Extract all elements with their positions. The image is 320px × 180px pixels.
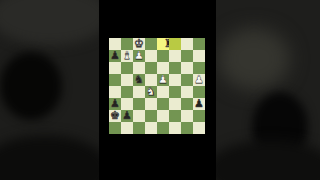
square-b6[interactable] (121, 62, 133, 74)
square-g8[interactable] (181, 38, 193, 50)
right-blur-bar (216, 0, 320, 180)
square-a5[interactable] (109, 74, 121, 86)
square-c3[interactable] (133, 98, 145, 110)
square-f6[interactable] (169, 62, 181, 74)
square-h5[interactable]: ♟ (193, 74, 205, 86)
square-e4[interactable] (157, 86, 169, 98)
square-e8[interactable]: ♜ (157, 38, 169, 50)
piece-black-pawn[interactable]: ♟ (193, 98, 205, 110)
square-e2[interactable] (157, 110, 169, 122)
piece-white-knight[interactable]: ♞ (145, 86, 157, 98)
piece-white-bishop[interactable]: ♝ (121, 50, 133, 62)
square-f5[interactable] (169, 74, 181, 86)
square-d3[interactable] (145, 98, 157, 110)
chess-board[interactable]: ♚♜♟♝♟♞♟♟♞♟♟♚♟ (109, 38, 205, 134)
blur-highlight (218, 28, 290, 90)
square-a7[interactable]: ♟ (109, 50, 121, 62)
blur-shadow (0, 135, 99, 180)
square-g5[interactable] (181, 74, 193, 86)
square-b7[interactable]: ♝ (121, 50, 133, 62)
piece-white-pawn[interactable]: ♟ (193, 74, 205, 86)
square-g3[interactable] (181, 98, 193, 110)
square-c7[interactable]: ♟ (133, 50, 145, 62)
square-b2[interactable]: ♟ (121, 110, 133, 122)
square-d7[interactable] (145, 50, 157, 62)
square-d4[interactable]: ♞ (145, 86, 157, 98)
square-h8[interactable] (193, 38, 205, 50)
square-g1[interactable] (181, 122, 193, 134)
square-h1[interactable] (193, 122, 205, 134)
piece-white-pawn[interactable]: ♟ (133, 50, 145, 62)
square-f2[interactable] (169, 110, 181, 122)
square-b5[interactable] (121, 74, 133, 86)
square-d1[interactable] (145, 122, 157, 134)
square-d6[interactable] (145, 62, 157, 74)
square-h7[interactable] (193, 50, 205, 62)
square-e3[interactable] (157, 98, 169, 110)
square-a2[interactable]: ♚ (109, 110, 121, 122)
left-blur-bar (0, 0, 99, 180)
square-f7[interactable] (169, 50, 181, 62)
square-f4[interactable] (169, 86, 181, 98)
blurred-knight-silhouette (0, 52, 62, 120)
square-d8[interactable] (145, 38, 157, 50)
square-b1[interactable] (121, 122, 133, 134)
square-g6[interactable] (181, 62, 193, 74)
square-a1[interactable] (109, 122, 121, 134)
piece-black-knight[interactable]: ♞ (133, 74, 145, 86)
square-c5[interactable]: ♞ (133, 74, 145, 86)
square-g4[interactable] (181, 86, 193, 98)
square-e5[interactable]: ♟ (157, 74, 169, 86)
square-g2[interactable] (181, 110, 193, 122)
square-d2[interactable] (145, 110, 157, 122)
piece-black-pawn[interactable]: ♟ (109, 50, 121, 62)
square-f3[interactable] (169, 98, 181, 110)
blur-highlight (0, 0, 99, 45)
piece-black-pawn[interactable]: ♟ (121, 110, 133, 122)
piece-white-pawn[interactable]: ♟ (157, 74, 169, 86)
piece-black-king[interactable]: ♚ (109, 110, 121, 122)
square-f1[interactable] (169, 122, 181, 134)
square-g7[interactable] (181, 50, 193, 62)
square-e1[interactable] (157, 122, 169, 134)
square-f8[interactable] (169, 38, 181, 50)
square-h2[interactable] (193, 110, 205, 122)
square-c2[interactable] (133, 110, 145, 122)
blur-shadow (216, 140, 320, 180)
square-e7[interactable] (157, 50, 169, 62)
square-h3[interactable]: ♟ (193, 98, 205, 110)
square-c1[interactable] (133, 122, 145, 134)
square-b4[interactable] (121, 86, 133, 98)
square-c4[interactable] (133, 86, 145, 98)
square-a6[interactable] (109, 62, 121, 74)
